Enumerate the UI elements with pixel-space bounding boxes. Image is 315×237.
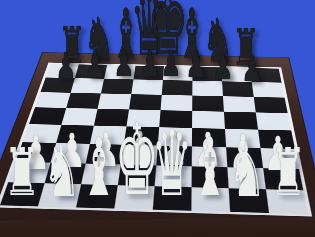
white-rook-h1[interactable]: ♜	[270, 140, 307, 206]
chess-scene: ♜♞♝♛♚♝♞♜♟♟♟♟♟♟♟♟♟♟♟♟♟♟♟♟♜♞♝♚♛♝♞♜	[0, 0, 315, 237]
black-pawn-c7[interactable]: ♟	[113, 46, 134, 82]
black-pawn-e7[interactable]: ♟	[160, 46, 181, 82]
black-pawn-h7[interactable]: ♟	[241, 51, 262, 87]
white-knight-b1[interactable]: ♞	[43, 135, 80, 207]
white-rook-a1[interactable]: ♜	[4, 140, 41, 206]
white-bishop-f1[interactable]: ♝	[192, 128, 228, 208]
white-bishop-c1[interactable]: ♝	[81, 128, 117, 208]
black-pawn-b7[interactable]: ♟	[84, 47, 105, 83]
black-pawn-g7[interactable]: ♟	[212, 49, 233, 85]
white-knight-g1[interactable]: ♞	[228, 135, 265, 207]
black-pawn-d7[interactable]: ♟	[139, 46, 160, 82]
black-pawn-f7[interactable]: ♟	[185, 47, 206, 83]
white-queen-e1[interactable]: ♛	[152, 118, 193, 209]
pieces-layer: ♜♞♝♛♚♝♞♜♟♟♟♟♟♟♟♟♟♟♟♟♟♟♟♟♜♞♝♚♛♝♞♜	[0, 0, 315, 237]
black-pawn-a7[interactable]: ♟	[55, 48, 76, 84]
